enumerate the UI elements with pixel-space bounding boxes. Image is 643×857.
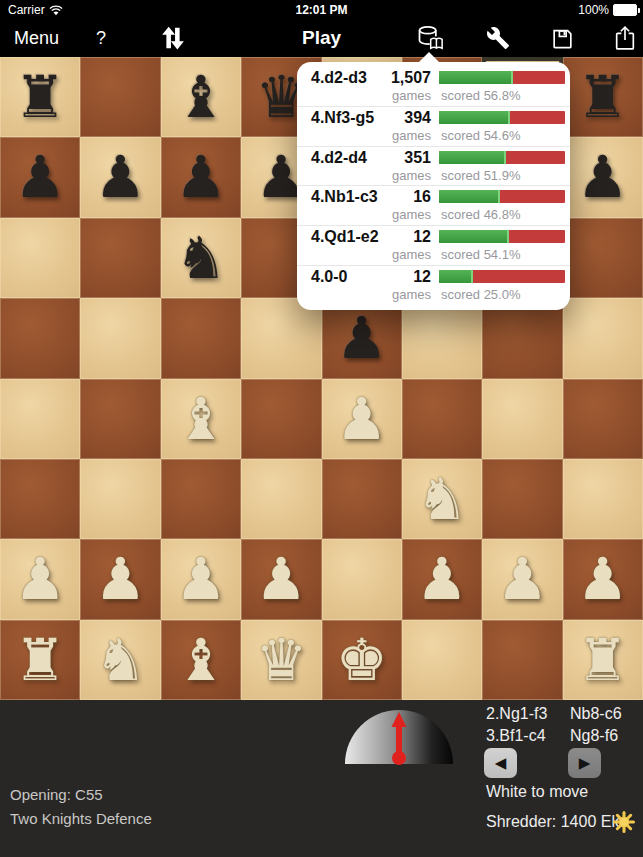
book-scored-label: scored 54.6% [441,128,565,145]
square-g4[interactable] [482,379,562,459]
score-bar-green [439,190,500,203]
square-c5[interactable] [161,298,241,378]
opening-book-button[interactable] [413,20,447,56]
square-c4[interactable]: ♝ [161,379,241,459]
square-a8[interactable]: ♜ [0,57,80,137]
forward-arrow-icon: ▶ [579,754,591,772]
square-e5[interactable]: ♟ [322,298,402,378]
save-disk-icon [550,26,575,51]
square-c8[interactable]: ♝ [161,57,241,137]
popover-arrow [418,52,440,63]
book-move-label: 4.Nf3-g5 [311,108,373,128]
book-move-label: 4.0-0 [311,267,373,287]
square-h1[interactable]: ♜ [563,620,643,700]
square-g5[interactable] [482,298,562,378]
opening-book-icon [416,24,444,52]
book-scored-label: scored 56.8% [441,88,565,105]
black-piece-c6[interactable]: ♞ [161,218,241,298]
book-games-count: 12 [373,267,431,287]
square-b4[interactable] [80,379,160,459]
square-a1[interactable]: ♜ [0,620,80,700]
white-piece-e1[interactable]: ♚ [322,620,402,700]
black-piece-e5[interactable]: ♟ [322,298,402,378]
score-bar-green [439,151,506,164]
square-a4[interactable] [0,379,80,459]
white-piece-h1[interactable]: ♜ [563,620,643,700]
book-scored-label: scored 46.8% [441,207,565,224]
book-games-label: games [373,88,431,105]
clock: 12:01 PM [0,3,643,17]
black-piece-b7[interactable]: ♟ [80,137,160,217]
book-games-count: 1,507 [373,68,431,88]
white-piece-c1[interactable]: ♝ [161,620,241,700]
opening-code-label: Opening: C55 [10,786,103,803]
help-button[interactable]: ? [96,20,106,56]
square-a3[interactable] [0,459,80,539]
shredder-chess-app: { "game": "chess", "position": { "fen": … [0,0,643,857]
square-b1[interactable]: ♞ [80,620,160,700]
book-move-label: 4.d2-d3 [311,68,373,88]
book-move-label: 4.Nb1-c3 [311,187,373,207]
white-piece-e4[interactable]: ♟ [322,379,402,459]
book-move-label: 4.d2-d4 [311,148,373,168]
share-button[interactable] [608,20,642,56]
square-f4[interactable] [402,379,482,459]
square-h8[interactable]: ♜ [563,57,643,137]
book-scored-label: scored 25.0% [441,287,565,304]
square-h7[interactable]: ♟ [563,137,643,217]
square-a7[interactable]: ♟ [0,137,80,217]
book-games-count: 394 [373,108,431,128]
black-piece-c7[interactable]: ♟ [161,137,241,217]
white-piece-b2[interactable]: ♟ [80,539,160,619]
back-move-button[interactable]: ◀ [484,748,517,778]
score-bar-green [439,230,509,243]
score-bar-green [439,111,510,124]
score-bar [439,151,565,164]
bottom-panel: Opening: C55 Two Knights Defence 2.Ng1-f… [0,700,643,857]
black-piece-h7[interactable]: ♟ [563,137,643,217]
square-b6[interactable] [80,218,160,298]
book-games-count: 12 [373,227,431,247]
book-move-row-6[interactable]: 4.0-012gamesscored 25.0% [297,265,570,305]
white-piece-c2[interactable]: ♟ [161,539,241,619]
square-c2[interactable]: ♟ [161,539,241,619]
score-bar-green [439,71,513,84]
book-games-count: 16 [373,187,431,207]
square-d2[interactable]: ♟ [241,539,321,619]
menu-button[interactable]: Menu [14,20,59,56]
square-c6[interactable]: ♞ [161,218,241,298]
square-c7[interactable]: ♟ [161,137,241,217]
up-down-arrows-icon [160,25,186,51]
save-button[interactable] [545,20,579,56]
evaluation-gauge [345,708,453,766]
book-games-count: 351 [373,148,431,168]
square-h5[interactable] [563,298,643,378]
book-games-label: games [373,168,431,185]
book-games-label: games [373,128,431,145]
book-move-label: 4.Qd1-e2 [311,227,373,247]
book-move-row-1[interactable]: 4.d2-d31,507gamesscored 56.8% [297,67,570,106]
white-piece-a2[interactable]: ♟ [0,539,80,619]
opening-book-popover: 4.d2-d31,507gamesscored 56.8%4.Nf3-g5394… [297,62,570,310]
book-games-label: games [373,287,431,304]
square-c3[interactable] [161,459,241,539]
score-bar [439,71,565,84]
square-b5[interactable] [80,298,160,378]
wrench-icon [486,26,510,50]
white-piece-b1[interactable]: ♞ [80,620,160,700]
book-scored-label: scored 54.1% [441,247,565,264]
share-icon [613,25,637,51]
move-list-item[interactable]: 3.Bf1-c4 [486,727,546,745]
move-list-item[interactable]: Ng8-f6 [570,727,618,745]
book-move-row-5[interactable]: 4.Qd1-e212gamesscored 54.1% [297,225,570,265]
book-move-row-2[interactable]: 4.Nf3-g5394gamesscored 54.6% [297,106,570,146]
square-b8[interactable] [80,57,160,137]
square-c1[interactable]: ♝ [161,620,241,700]
white-piece-a1[interactable]: ♜ [0,620,80,700]
black-piece-h8[interactable]: ♜ [563,57,643,137]
square-b3[interactable] [80,459,160,539]
square-f2[interactable]: ♟ [402,539,482,619]
book-scored-label: scored 51.9% [441,168,565,185]
sun-strength-icon [612,810,636,834]
square-h3[interactable] [563,459,643,539]
square-h6[interactable] [563,218,643,298]
square-d3[interactable] [241,459,321,539]
score-bar-green [439,270,473,283]
square-e4[interactable]: ♟ [322,379,402,459]
status-bar: Carrier 12:01 PM 100% [0,0,643,20]
white-piece-d1[interactable]: ♛ [241,620,321,700]
move-list-item[interactable]: 2.Ng1-f3 [486,705,547,723]
side-to-move-label: White to move [486,783,588,801]
engine-strength-label: Shredder: 1400 Elo [486,813,624,831]
square-g2[interactable]: ♟ [482,539,562,619]
white-piece-h2[interactable]: ♟ [563,539,643,619]
square-a5[interactable] [0,298,80,378]
score-bar [439,190,565,203]
square-a2[interactable]: ♟ [0,539,80,619]
score-bar [439,111,565,124]
flip-moves-button[interactable] [160,20,186,56]
square-e2[interactable] [322,539,402,619]
square-g1[interactable] [482,620,562,700]
square-g3[interactable] [482,459,562,539]
black-piece-a8[interactable]: ♜ [0,57,80,137]
battery-percent: 100% [578,3,609,17]
book-move-row-3[interactable]: 4.d2-d4351gamesscored 51.9% [297,146,570,186]
black-piece-a7[interactable]: ♟ [0,137,80,217]
white-piece-g2[interactable]: ♟ [482,539,562,619]
forward-move-button[interactable]: ▶ [568,748,601,778]
opening-name-label: Two Knights Defence [10,810,152,827]
square-h2[interactable]: ♟ [563,539,643,619]
book-games-label: games [373,207,431,224]
white-piece-d2[interactable]: ♟ [241,539,321,619]
white-piece-f3[interactable]: ♞ [402,459,482,539]
square-b2[interactable]: ♟ [80,539,160,619]
book-move-row-4[interactable]: 4.Nb1-c316gamesscored 46.8% [297,185,570,225]
square-d4[interactable] [241,379,321,459]
back-arrow-icon: ◀ [495,754,507,772]
square-a6[interactable] [0,218,80,298]
score-bar [439,230,565,243]
square-f1[interactable] [402,620,482,700]
white-piece-c4[interactable]: ♝ [161,379,241,459]
score-bar [439,270,565,283]
square-e1[interactable]: ♚ [322,620,402,700]
square-e3[interactable] [322,459,402,539]
square-d1[interactable]: ♛ [241,620,321,700]
toolbar: Menu ? Play [0,20,643,56]
square-d5[interactable] [241,298,321,378]
square-f5[interactable] [402,298,482,378]
tools-button[interactable] [481,20,515,56]
move-list-item[interactable]: Nb8-c6 [570,705,622,723]
battery-icon [613,4,637,16]
black-piece-c8[interactable]: ♝ [161,57,241,137]
square-b7[interactable]: ♟ [80,137,160,217]
book-games-label: games [373,247,431,264]
square-f3[interactable]: ♞ [402,459,482,539]
square-h4[interactable] [563,379,643,459]
white-piece-f2[interactable]: ♟ [402,539,482,619]
